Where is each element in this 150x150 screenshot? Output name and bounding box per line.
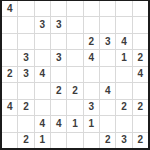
empty-cell-r5c0[interactable] <box>2 83 17 98</box>
empty-cell-r0c4[interactable] <box>67 1 82 16</box>
empty-cell-r6c3[interactable] <box>51 100 66 115</box>
empty-cell-r4c7[interactable] <box>116 67 131 82</box>
clue-cell-r7c5: 1 <box>84 116 99 131</box>
empty-cell-r7c0[interactable] <box>2 116 17 131</box>
clue-cell-r4c0: 2 <box>2 67 17 82</box>
empty-cell-r2c1[interactable] <box>18 34 33 49</box>
clue-cell-r3c8: 2 <box>133 50 148 65</box>
clue-cell-r8c7: 3 <box>116 133 131 148</box>
clue-cell-r4c2: 4 <box>35 67 50 82</box>
empty-cell-r1c6[interactable] <box>100 17 115 32</box>
clue-cell-r5c6: 4 <box>100 83 115 98</box>
empty-cell-r1c4[interactable] <box>67 17 82 32</box>
empty-cell-r7c8[interactable] <box>133 116 148 131</box>
clue-cell-r5c4: 2 <box>67 83 82 98</box>
clue-cell-r3c3: 3 <box>51 50 66 65</box>
empty-cell-r1c7[interactable] <box>116 17 131 32</box>
clue-cell-r7c4: 1 <box>67 116 82 131</box>
clue-cell-r7c3: 4 <box>51 116 66 131</box>
empty-cell-r0c2[interactable] <box>35 1 50 16</box>
clue-cell-r0c0: 4 <box>2 1 17 16</box>
empty-cell-r5c8[interactable] <box>133 83 148 98</box>
empty-cell-r0c8[interactable] <box>133 1 148 16</box>
empty-cell-r6c6[interactable] <box>100 100 115 115</box>
clue-cell-r6c7: 2 <box>116 100 131 115</box>
clue-cell-r4c8: 4 <box>133 67 148 82</box>
empty-cell-r6c2[interactable] <box>35 100 50 115</box>
empty-cell-r0c1[interactable] <box>18 1 33 16</box>
empty-cell-r8c0[interactable] <box>2 133 17 148</box>
empty-cell-r2c0[interactable] <box>2 34 17 49</box>
empty-cell-r2c4[interactable] <box>67 34 82 49</box>
clue-cell-r8c8: 2 <box>133 133 148 148</box>
empty-cell-r8c5[interactable] <box>84 133 99 148</box>
empty-cell-r3c0[interactable] <box>2 50 17 65</box>
empty-cell-r4c4[interactable] <box>67 67 82 82</box>
empty-cell-r7c7[interactable] <box>116 116 131 131</box>
empty-cell-r5c5[interactable] <box>84 83 99 98</box>
clue-cell-r1c2: 3 <box>35 17 50 32</box>
empty-cell-r4c3[interactable] <box>51 67 66 82</box>
empty-cell-r0c7[interactable] <box>116 1 131 16</box>
clue-cell-r8c2: 1 <box>35 133 50 148</box>
empty-cell-r5c7[interactable] <box>116 83 131 98</box>
empty-cell-r6c4[interactable] <box>67 100 82 115</box>
empty-cell-r2c8[interactable] <box>133 34 148 49</box>
empty-cell-r4c6[interactable] <box>100 67 115 82</box>
empty-cell-r3c4[interactable] <box>67 50 82 65</box>
empty-cell-r7c1[interactable] <box>18 116 33 131</box>
clue-cell-r6c1: 2 <box>18 100 33 115</box>
empty-cell-r7c6[interactable] <box>100 116 115 131</box>
empty-cell-r0c5[interactable] <box>84 1 99 16</box>
empty-cell-r0c3[interactable] <box>51 1 66 16</box>
empty-cell-r8c4[interactable] <box>67 133 82 148</box>
empty-cell-r3c6[interactable] <box>100 50 115 65</box>
empty-cell-r5c1[interactable] <box>18 83 33 98</box>
clue-cell-r3c1: 3 <box>18 50 33 65</box>
clue-cell-r1c3: 3 <box>51 17 66 32</box>
minesweeper-board: 43323433412234422442322441121232 <box>0 0 150 150</box>
empty-cell-r1c0[interactable] <box>2 17 17 32</box>
clue-cell-r4c1: 3 <box>18 67 33 82</box>
clue-cell-r6c5: 3 <box>84 100 99 115</box>
clue-cell-r2c6: 3 <box>100 34 115 49</box>
empty-cell-r4c5[interactable] <box>84 67 99 82</box>
empty-cell-r8c3[interactable] <box>51 133 66 148</box>
empty-cell-r3c2[interactable] <box>35 50 50 65</box>
empty-cell-r1c8[interactable] <box>133 17 148 32</box>
empty-cell-r2c3[interactable] <box>51 34 66 49</box>
clue-cell-r6c8: 2 <box>133 100 148 115</box>
empty-cell-r2c2[interactable] <box>35 34 50 49</box>
clue-cell-r5c3: 2 <box>51 83 66 98</box>
clue-cell-r2c7: 4 <box>116 34 131 49</box>
empty-cell-r0c6[interactable] <box>100 1 115 16</box>
empty-cell-r1c5[interactable] <box>84 17 99 32</box>
clue-cell-r2c5: 2 <box>84 34 99 49</box>
clue-cell-r3c5: 4 <box>84 50 99 65</box>
clue-cell-r7c2: 4 <box>35 116 50 131</box>
clue-cell-r3c7: 1 <box>116 50 131 65</box>
clue-cell-r8c1: 2 <box>18 133 33 148</box>
clue-cell-r8c6: 2 <box>100 133 115 148</box>
empty-cell-r1c1[interactable] <box>18 17 33 32</box>
clue-cell-r6c0: 4 <box>2 100 17 115</box>
empty-cell-r5c2[interactable] <box>35 83 50 98</box>
